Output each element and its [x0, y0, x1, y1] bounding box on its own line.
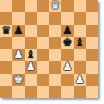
- square-e6[interactable]: [49, 25, 61, 37]
- square-e3[interactable]: [49, 61, 61, 73]
- square-d6[interactable]: [37, 25, 49, 37]
- square-a2[interactable]: [0, 74, 12, 86]
- square-d5[interactable]: [37, 37, 49, 49]
- square-e1[interactable]: [49, 86, 61, 98]
- square-f3[interactable]: ♟: [61, 61, 73, 73]
- square-f4[interactable]: [61, 49, 73, 61]
- square-d8[interactable]: [37, 0, 49, 12]
- square-c7[interactable]: [25, 12, 37, 24]
- piece-white-pawn[interactable]: ♟: [13, 49, 23, 61]
- square-b1[interactable]: [12, 86, 24, 98]
- square-f1[interactable]: [61, 86, 73, 98]
- piece-black-bishop[interactable]: ♝: [75, 37, 85, 49]
- square-a1[interactable]: [0, 86, 12, 98]
- square-e4[interactable]: [49, 49, 61, 61]
- square-g3[interactable]: [74, 61, 86, 73]
- piece-white-king[interactable]: ♚: [13, 74, 23, 86]
- square-h8[interactable]: [86, 0, 98, 12]
- square-h4[interactable]: [86, 49, 98, 61]
- square-g2[interactable]: ♟: [74, 74, 86, 86]
- piece-white-pawn[interactable]: ♟: [75, 74, 85, 86]
- square-b4[interactable]: ♟: [12, 49, 24, 61]
- square-b8[interactable]: [12, 0, 24, 12]
- chess-board: ♛♛♟♟♚♝♟♝♟♟♚♟: [0, 0, 98, 98]
- square-d7[interactable]: [37, 12, 49, 24]
- piece-white-queen[interactable]: ♛: [50, 0, 60, 12]
- piece-black-queen[interactable]: ♛: [1, 25, 11, 37]
- square-h1[interactable]: [86, 86, 98, 98]
- square-a8[interactable]: [0, 0, 12, 12]
- square-g6[interactable]: [74, 25, 86, 37]
- square-h6[interactable]: [86, 25, 98, 37]
- square-g1[interactable]: [74, 86, 86, 98]
- square-c5[interactable]: [25, 37, 37, 49]
- square-g4[interactable]: [74, 49, 86, 61]
- square-f8[interactable]: [61, 0, 73, 12]
- square-a4[interactable]: [0, 49, 12, 61]
- square-c3[interactable]: ♟: [25, 61, 37, 73]
- piece-white-pawn[interactable]: ♟: [62, 61, 72, 73]
- piece-black-pawn[interactable]: ♟: [62, 25, 72, 37]
- square-d3[interactable]: [37, 61, 49, 73]
- square-c2[interactable]: [25, 74, 37, 86]
- square-f6[interactable]: ♟: [61, 25, 73, 37]
- square-e5[interactable]: [49, 37, 61, 49]
- square-c1[interactable]: [25, 86, 37, 98]
- square-d1[interactable]: [37, 86, 49, 98]
- square-c8[interactable]: [25, 0, 37, 12]
- square-b2[interactable]: ♚: [12, 74, 24, 86]
- square-a7[interactable]: [0, 12, 12, 24]
- square-b6[interactable]: ♟: [12, 25, 24, 37]
- square-c4[interactable]: ♝: [25, 49, 37, 61]
- square-g8[interactable]: [74, 0, 86, 12]
- square-d2[interactable]: [37, 74, 49, 86]
- square-d4[interactable]: [37, 49, 49, 61]
- square-h5[interactable]: [86, 37, 98, 49]
- square-c6[interactable]: [25, 25, 37, 37]
- square-g7[interactable]: [74, 12, 86, 24]
- piece-white-pawn[interactable]: ♟: [26, 61, 36, 73]
- square-a5[interactable]: [0, 37, 12, 49]
- square-a3[interactable]: [0, 61, 12, 73]
- square-f5[interactable]: ♚: [61, 37, 73, 49]
- square-e2[interactable]: [49, 74, 61, 86]
- square-h2[interactable]: [86, 74, 98, 86]
- square-b3[interactable]: [12, 61, 24, 73]
- piece-black-bishop[interactable]: ♝: [26, 49, 36, 61]
- square-h3[interactable]: [86, 61, 98, 73]
- square-f2[interactable]: [61, 74, 73, 86]
- page-canvas: ♛♛♟♟♚♝♟♝♟♟♚♟: [0, 0, 104, 104]
- square-e7[interactable]: [49, 12, 61, 24]
- square-b5[interactable]: [12, 37, 24, 49]
- piece-black-king[interactable]: ♚: [62, 37, 72, 49]
- square-g5[interactable]: ♝: [74, 37, 86, 49]
- square-a6[interactable]: ♛: [0, 25, 12, 37]
- square-e8[interactable]: ♛: [49, 0, 61, 12]
- square-b7[interactable]: [12, 12, 24, 24]
- square-f7[interactable]: [61, 12, 73, 24]
- piece-black-pawn[interactable]: ♟: [13, 25, 23, 37]
- square-h7[interactable]: [86, 12, 98, 24]
